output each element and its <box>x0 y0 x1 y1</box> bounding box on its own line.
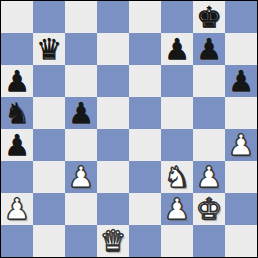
square-d7[interactable] <box>97 33 129 65</box>
square-e3[interactable] <box>129 161 161 193</box>
square-a6[interactable]: ♟ <box>1 65 33 97</box>
square-h7[interactable] <box>225 33 257 65</box>
white-pawn[interactable]: ♟ <box>193 161 225 193</box>
square-h6[interactable]: ♟ <box>225 65 257 97</box>
square-g1[interactable] <box>193 225 225 257</box>
square-c6[interactable] <box>65 65 97 97</box>
white-knight[interactable]: ♞ <box>161 161 193 193</box>
square-b7[interactable]: ♛ <box>33 33 65 65</box>
square-h1[interactable] <box>225 225 257 257</box>
square-a7[interactable] <box>1 33 33 65</box>
square-h4[interactable]: ♟ <box>225 129 257 161</box>
square-g8[interactable]: ♚ <box>193 1 225 33</box>
white-pawn[interactable]: ♟ <box>65 161 97 193</box>
square-c2[interactable] <box>65 193 97 225</box>
square-b5[interactable] <box>33 97 65 129</box>
square-b3[interactable] <box>33 161 65 193</box>
square-g5[interactable] <box>193 97 225 129</box>
white-pawn[interactable]: ♟ <box>225 129 257 161</box>
square-c3[interactable]: ♟ <box>65 161 97 193</box>
square-d6[interactable] <box>97 65 129 97</box>
square-c5[interactable]: ♟ <box>65 97 97 129</box>
square-e6[interactable] <box>129 65 161 97</box>
square-f5[interactable] <box>161 97 193 129</box>
square-g6[interactable] <box>193 65 225 97</box>
square-f4[interactable] <box>161 129 193 161</box>
black-pawn[interactable]: ♟ <box>225 65 257 97</box>
black-pawn[interactable]: ♟ <box>193 33 225 65</box>
square-e1[interactable] <box>129 225 161 257</box>
black-pawn[interactable]: ♟ <box>65 97 97 129</box>
square-f8[interactable] <box>161 1 193 33</box>
square-g4[interactable] <box>193 129 225 161</box>
square-f1[interactable] <box>161 225 193 257</box>
square-e2[interactable] <box>129 193 161 225</box>
square-c1[interactable] <box>65 225 97 257</box>
square-d1[interactable]: ♛ <box>97 225 129 257</box>
square-e8[interactable] <box>129 1 161 33</box>
black-pawn[interactable]: ♟ <box>161 33 193 65</box>
square-h3[interactable] <box>225 161 257 193</box>
square-d8[interactable] <box>97 1 129 33</box>
square-a4[interactable]: ♟ <box>1 129 33 161</box>
black-pawn[interactable]: ♟ <box>1 129 33 161</box>
square-f3[interactable]: ♞ <box>161 161 193 193</box>
square-g7[interactable]: ♟ <box>193 33 225 65</box>
square-e4[interactable] <box>129 129 161 161</box>
square-f2[interactable]: ♟ <box>161 193 193 225</box>
square-d5[interactable] <box>97 97 129 129</box>
black-knight[interactable]: ♞ <box>1 97 33 129</box>
square-a3[interactable] <box>1 161 33 193</box>
square-b2[interactable] <box>33 193 65 225</box>
square-c7[interactable] <box>65 33 97 65</box>
square-a8[interactable] <box>1 1 33 33</box>
white-king[interactable]: ♚ <box>193 193 225 225</box>
square-b8[interactable] <box>33 1 65 33</box>
square-g2[interactable]: ♚ <box>193 193 225 225</box>
black-queen[interactable]: ♛ <box>33 33 65 65</box>
black-pawn[interactable]: ♟ <box>1 65 33 97</box>
chess-board-frame: ♚♛♟♟♟♟♞♟♟♟♟♞♟♟♟♚♛ <box>0 0 258 258</box>
square-g3[interactable]: ♟ <box>193 161 225 193</box>
square-d2[interactable] <box>97 193 129 225</box>
square-h2[interactable] <box>225 193 257 225</box>
square-h8[interactable] <box>225 1 257 33</box>
square-d4[interactable] <box>97 129 129 161</box>
square-e7[interactable] <box>129 33 161 65</box>
white-queen[interactable]: ♛ <box>97 225 129 257</box>
square-d3[interactable] <box>97 161 129 193</box>
square-h5[interactable] <box>225 97 257 129</box>
square-c8[interactable] <box>65 1 97 33</box>
white-pawn[interactable]: ♟ <box>161 193 193 225</box>
square-b6[interactable] <box>33 65 65 97</box>
square-f7[interactable]: ♟ <box>161 33 193 65</box>
square-a5[interactable]: ♞ <box>1 97 33 129</box>
chess-board: ♚♛♟♟♟♟♞♟♟♟♟♞♟♟♟♚♛ <box>1 1 257 257</box>
square-c4[interactable] <box>65 129 97 161</box>
square-b1[interactable] <box>33 225 65 257</box>
square-a1[interactable] <box>1 225 33 257</box>
square-a2[interactable]: ♟ <box>1 193 33 225</box>
square-f6[interactable] <box>161 65 193 97</box>
black-king[interactable]: ♚ <box>193 1 225 33</box>
white-pawn[interactable]: ♟ <box>1 193 33 225</box>
square-b4[interactable] <box>33 129 65 161</box>
square-e5[interactable] <box>129 97 161 129</box>
